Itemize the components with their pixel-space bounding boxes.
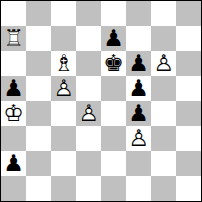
square-c4[interactable] — [51, 101, 76, 126]
square-b3[interactable] — [26, 126, 51, 151]
black-pawn-f4: ♟ — [126, 101, 151, 126]
square-e4[interactable] — [101, 101, 126, 126]
square-g4[interactable] — [151, 101, 176, 126]
square-h4[interactable] — [176, 101, 201, 126]
square-d4[interactable]: ♟♙ — [76, 101, 101, 126]
square-h7[interactable] — [176, 26, 201, 51]
black-pawn-a2: ♟ — [1, 151, 26, 176]
square-g2[interactable] — [151, 151, 176, 176]
square-a6[interactable] — [1, 51, 26, 76]
square-f3[interactable]: ♟♙ — [126, 126, 151, 151]
black-pawn-f5: ♟ — [126, 76, 151, 101]
square-c8[interactable] — [51, 1, 76, 26]
square-b2[interactable] — [26, 151, 51, 176]
white-bishop-c6: ♝♗ — [51, 51, 76, 76]
square-a2[interactable]: ♟ — [1, 151, 26, 176]
square-h8[interactable] — [176, 1, 201, 26]
square-c3[interactable] — [51, 126, 76, 151]
black-pawn-f6: ♟ — [126, 51, 151, 76]
square-b4[interactable] — [26, 101, 51, 126]
white-pawn-g6: ♟♙ — [151, 51, 176, 76]
square-e5[interactable] — [101, 76, 126, 101]
square-f2[interactable] — [126, 151, 151, 176]
square-a3[interactable] — [1, 126, 26, 151]
square-c5[interactable]: ♟♙ — [51, 76, 76, 101]
square-h3[interactable] — [176, 126, 201, 151]
square-d6[interactable] — [76, 51, 101, 76]
black-king-e6: ♚ — [101, 51, 126, 76]
square-c6[interactable]: ♝♗ — [51, 51, 76, 76]
square-g1[interactable] — [151, 176, 176, 201]
square-c2[interactable] — [51, 151, 76, 176]
white-king-a4: ♚♔ — [1, 101, 26, 126]
square-b5[interactable] — [26, 76, 51, 101]
square-g7[interactable] — [151, 26, 176, 51]
square-g6[interactable]: ♟♙ — [151, 51, 176, 76]
square-g5[interactable] — [151, 76, 176, 101]
square-d3[interactable] — [76, 126, 101, 151]
square-b7[interactable] — [26, 26, 51, 51]
square-d2[interactable] — [76, 151, 101, 176]
square-b6[interactable] — [26, 51, 51, 76]
square-a7[interactable]: ♜♖ — [1, 26, 26, 51]
white-rook-a7: ♜♖ — [1, 26, 26, 51]
square-d5[interactable] — [76, 76, 101, 101]
square-d1[interactable] — [76, 176, 101, 201]
square-b8[interactable] — [26, 1, 51, 26]
square-e6[interactable]: ♚ — [101, 51, 126, 76]
square-a5[interactable]: ♟ — [1, 76, 26, 101]
square-g8[interactable] — [151, 1, 176, 26]
square-d8[interactable] — [76, 1, 101, 26]
square-e2[interactable] — [101, 151, 126, 176]
square-h1[interactable] — [176, 176, 201, 201]
square-d7[interactable] — [76, 26, 101, 51]
square-e7[interactable]: ♟ — [101, 26, 126, 51]
square-e3[interactable] — [101, 126, 126, 151]
square-e8[interactable] — [101, 1, 126, 26]
square-e1[interactable] — [101, 176, 126, 201]
square-h2[interactable] — [176, 151, 201, 176]
square-h6[interactable] — [176, 51, 201, 76]
square-f5[interactable]: ♟ — [126, 76, 151, 101]
square-h5[interactable] — [176, 76, 201, 101]
white-pawn-f3: ♟♙ — [126, 126, 151, 151]
square-b1[interactable] — [26, 176, 51, 201]
black-pawn-e7: ♟ — [101, 26, 126, 51]
white-pawn-c5: ♟♙ — [51, 76, 76, 101]
square-f7[interactable] — [126, 26, 151, 51]
black-pawn-a5: ♟ — [1, 76, 26, 101]
square-f1[interactable] — [126, 176, 151, 201]
square-c7[interactable] — [51, 26, 76, 51]
square-c1[interactable] — [51, 176, 76, 201]
square-a4[interactable]: ♚♔ — [1, 101, 26, 126]
square-f4[interactable]: ♟ — [126, 101, 151, 126]
square-a8[interactable] — [1, 1, 26, 26]
chess-board: ♜♖♟♝♗♚♟♟♙♟♟♙♟♚♔♟♙♟♟♙♟ — [0, 0, 202, 202]
square-a1[interactable] — [1, 176, 26, 201]
square-g3[interactable] — [151, 126, 176, 151]
square-f8[interactable] — [126, 1, 151, 26]
white-pawn-d4: ♟♙ — [76, 101, 101, 126]
square-f6[interactable]: ♟ — [126, 51, 151, 76]
